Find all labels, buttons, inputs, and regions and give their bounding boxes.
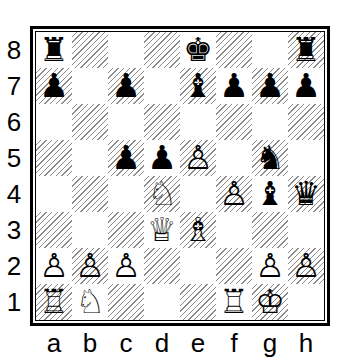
white-rook[interactable]: ♖: [36, 284, 72, 320]
chess-diagram: 87654321 ♜♚♜♟♟♝♟♟♟♟♟♙♞♘♙♝♛♕♗♙♙♙♙♙♖♘♖♔ ab…: [0, 0, 360, 360]
square-e4[interactable]: [180, 176, 216, 212]
square-f2[interactable]: [216, 248, 252, 284]
rank-label-8: 8: [0, 32, 28, 68]
square-f8[interactable]: [216, 32, 252, 68]
square-g2[interactable]: ♙: [252, 248, 288, 284]
square-c4[interactable]: [108, 176, 144, 212]
black-bishop[interactable]: ♝: [180, 68, 216, 104]
file-labels: abcdefgh: [36, 328, 324, 358]
black-bishop[interactable]: ♝: [252, 176, 288, 212]
black-king[interactable]: ♚: [180, 32, 216, 68]
file-label-g: g: [252, 328, 288, 358]
square-h2[interactable]: ♙: [288, 248, 324, 284]
black-pawn[interactable]: ♟: [252, 68, 288, 104]
rank-label-2: 2: [0, 248, 28, 284]
square-d6[interactable]: [144, 104, 180, 140]
square-d5[interactable]: ♟: [144, 140, 180, 176]
square-d7[interactable]: [144, 68, 180, 104]
black-pawn[interactable]: ♟: [108, 140, 144, 176]
square-h1[interactable]: [288, 284, 324, 320]
square-h7[interactable]: ♟: [288, 68, 324, 104]
square-c6[interactable]: [108, 104, 144, 140]
square-e5[interactable]: ♙: [180, 140, 216, 176]
square-b5[interactable]: [72, 140, 108, 176]
chess-board: ♜♚♜♟♟♝♟♟♟♟♟♙♞♘♙♝♛♕♗♙♙♙♙♙♖♘♖♔: [36, 32, 324, 320]
square-a5[interactable]: [36, 140, 72, 176]
white-pawn[interactable]: ♙: [108, 248, 144, 284]
square-e8[interactable]: ♚: [180, 32, 216, 68]
square-f1[interactable]: ♖: [216, 284, 252, 320]
square-h5[interactable]: [288, 140, 324, 176]
file-label-d: d: [144, 328, 180, 358]
square-d3[interactable]: ♕: [144, 212, 180, 248]
square-g1[interactable]: ♔: [252, 284, 288, 320]
white-pawn[interactable]: ♙: [288, 248, 324, 284]
square-b4[interactable]: [72, 176, 108, 212]
square-d4[interactable]: ♘: [144, 176, 180, 212]
file-label-c: c: [108, 328, 144, 358]
black-queen[interactable]: ♛: [288, 176, 324, 212]
square-g5[interactable]: ♞: [252, 140, 288, 176]
square-a8[interactable]: ♜: [36, 32, 72, 68]
chess-board-inner-frame: ♜♚♜♟♟♝♟♟♟♟♟♙♞♘♙♝♛♕♗♙♙♙♙♙♖♘♖♔: [35, 31, 325, 321]
square-a7[interactable]: ♟: [36, 68, 72, 104]
rank-label-3: 3: [0, 212, 28, 248]
white-queen[interactable]: ♕: [144, 212, 180, 248]
square-g4[interactable]: ♝: [252, 176, 288, 212]
square-f6[interactable]: [216, 104, 252, 140]
square-c8[interactable]: [108, 32, 144, 68]
square-b7[interactable]: [72, 68, 108, 104]
square-d2[interactable]: [144, 248, 180, 284]
square-h4[interactable]: ♛: [288, 176, 324, 212]
square-h8[interactable]: ♜: [288, 32, 324, 68]
square-c3[interactable]: [108, 212, 144, 248]
square-a3[interactable]: [36, 212, 72, 248]
white-pawn[interactable]: ♙: [72, 248, 108, 284]
file-label-h: h: [288, 328, 324, 358]
square-b8[interactable]: [72, 32, 108, 68]
square-f3[interactable]: [216, 212, 252, 248]
rank-label-7: 7: [0, 68, 28, 104]
square-a1[interactable]: ♖: [36, 284, 72, 320]
square-b2[interactable]: ♙: [72, 248, 108, 284]
file-label-b: b: [72, 328, 108, 358]
square-d1[interactable]: [144, 284, 180, 320]
white-pawn[interactable]: ♙: [180, 140, 216, 176]
chess-board-frame: ♜♚♜♟♟♝♟♟♟♟♟♙♞♘♙♝♛♕♗♙♙♙♙♙♖♘♖♔: [30, 26, 330, 326]
rank-label-5: 5: [0, 140, 28, 176]
square-h6[interactable]: [288, 104, 324, 140]
white-king[interactable]: ♔: [252, 284, 288, 320]
square-b3[interactable]: [72, 212, 108, 248]
square-c7[interactable]: ♟: [108, 68, 144, 104]
white-bishop[interactable]: ♗: [180, 212, 216, 248]
square-a6[interactable]: [36, 104, 72, 140]
square-e2[interactable]: [180, 248, 216, 284]
file-label-e: e: [180, 328, 216, 358]
square-f7[interactable]: ♟: [216, 68, 252, 104]
black-rook[interactable]: ♜: [288, 32, 324, 68]
square-a4[interactable]: [36, 176, 72, 212]
white-pawn[interactable]: ♙: [216, 176, 252, 212]
square-a2[interactable]: ♙: [36, 248, 72, 284]
square-b1[interactable]: ♘: [72, 284, 108, 320]
black-knight[interactable]: ♞: [252, 140, 288, 176]
square-e3[interactable]: ♗: [180, 212, 216, 248]
black-rook[interactable]: ♜: [36, 32, 72, 68]
square-e7[interactable]: ♝: [180, 68, 216, 104]
rank-label-1: 1: [0, 284, 28, 320]
square-g3[interactable]: [252, 212, 288, 248]
square-b6[interactable]: [72, 104, 108, 140]
white-knight[interactable]: ♘: [72, 284, 108, 320]
rank-labels: 87654321: [0, 32, 28, 320]
square-h3[interactable]: [288, 212, 324, 248]
rank-label-6: 6: [0, 104, 28, 140]
square-g8[interactable]: [252, 32, 288, 68]
white-pawn[interactable]: ♙: [252, 248, 288, 284]
square-c2[interactable]: ♙: [108, 248, 144, 284]
black-pawn[interactable]: ♟: [144, 140, 180, 176]
square-g7[interactable]: ♟: [252, 68, 288, 104]
white-rook[interactable]: ♖: [216, 284, 252, 320]
rank-label-4: 4: [0, 176, 28, 212]
square-g6[interactable]: [252, 104, 288, 140]
white-knight[interactable]: ♘: [144, 176, 180, 212]
square-d8[interactable]: [144, 32, 180, 68]
square-f4[interactable]: ♙: [216, 176, 252, 212]
file-label-a: a: [36, 328, 72, 358]
black-pawn[interactable]: ♟: [36, 68, 72, 104]
black-pawn[interactable]: ♟: [108, 68, 144, 104]
square-e1[interactable]: [180, 284, 216, 320]
black-pawn[interactable]: ♟: [216, 68, 252, 104]
square-c5[interactable]: ♟: [108, 140, 144, 176]
white-pawn[interactable]: ♙: [36, 248, 72, 284]
black-pawn[interactable]: ♟: [288, 68, 324, 104]
square-c1[interactable]: [108, 284, 144, 320]
file-label-f: f: [216, 328, 252, 358]
square-e6[interactable]: [180, 104, 216, 140]
square-f5[interactable]: [216, 140, 252, 176]
